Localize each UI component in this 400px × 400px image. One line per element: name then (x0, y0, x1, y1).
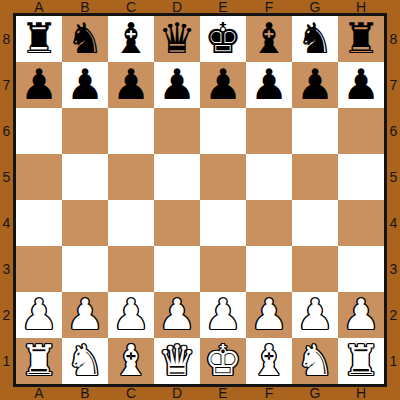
square-e5[interactable] (200, 154, 246, 200)
square-e7[interactable]: ♟ (200, 62, 246, 108)
piece-white-knight: ♞ (296, 338, 334, 384)
square-d7[interactable]: ♟ (154, 62, 200, 108)
square-b8[interactable]: ♞ (62, 16, 108, 62)
square-b2[interactable]: ♟ (62, 292, 108, 338)
square-g2[interactable]: ♟ (292, 292, 338, 338)
file-label-bottom-g: G (292, 386, 338, 400)
chessboard-frame: ABCDEFGH 87654321 ♜♞♝♛♚♝♞♜♟♟♟♟♟♟♟♟♟♟♟♟♟♟… (0, 0, 400, 400)
square-a1[interactable]: ♜ (16, 338, 62, 384)
rank-label-left-3: 3 (0, 246, 13, 292)
square-d2[interactable]: ♟ (154, 292, 200, 338)
square-e4[interactable] (200, 200, 246, 246)
rank-label-right-5: 5 (387, 154, 400, 200)
square-f8[interactable]: ♝ (246, 16, 292, 62)
file-label-top-b: B (62, 0, 108, 14)
piece-black-pawn: ♟ (112, 62, 150, 108)
square-h4[interactable] (338, 200, 384, 246)
square-f4[interactable] (246, 200, 292, 246)
piece-black-rook: ♜ (342, 16, 380, 62)
rank-label-left-6: 6 (0, 108, 13, 154)
rank-label-right-3: 3 (387, 246, 400, 292)
file-label-bottom-d: D (154, 386, 200, 400)
piece-white-pawn: ♟ (112, 292, 150, 338)
piece-white-pawn: ♟ (250, 292, 288, 338)
piece-white-king: ♚ (204, 338, 242, 384)
square-b3[interactable] (62, 246, 108, 292)
square-g4[interactable] (292, 200, 338, 246)
rank-label-left-1: 1 (0, 338, 13, 384)
square-f3[interactable] (246, 246, 292, 292)
square-f1[interactable]: ♝ (246, 338, 292, 384)
square-b1[interactable]: ♞ (62, 338, 108, 384)
square-e6[interactable] (200, 108, 246, 154)
file-labels-top: ABCDEFGH (16, 0, 384, 14)
square-c1[interactable]: ♝ (108, 338, 154, 384)
square-d6[interactable] (154, 108, 200, 154)
square-a5[interactable] (16, 154, 62, 200)
square-h7[interactable]: ♟ (338, 62, 384, 108)
square-c2[interactable]: ♟ (108, 292, 154, 338)
square-h1[interactable]: ♜ (338, 338, 384, 384)
rank-label-left-2: 2 (0, 292, 13, 338)
square-a4[interactable] (16, 200, 62, 246)
square-b6[interactable] (62, 108, 108, 154)
rank-label-right-6: 6 (387, 108, 400, 154)
piece-black-pawn: ♟ (296, 62, 334, 108)
rank-labels-left: 87654321 (0, 16, 13, 384)
square-c8[interactable]: ♝ (108, 16, 154, 62)
piece-white-pawn: ♟ (20, 292, 58, 338)
square-e8[interactable]: ♚ (200, 16, 246, 62)
rank-label-right-2: 2 (387, 292, 400, 338)
file-label-top-f: F (246, 0, 292, 14)
file-label-top-a: A (16, 0, 62, 14)
file-label-top-c: C (108, 0, 154, 14)
file-label-bottom-c: C (108, 386, 154, 400)
piece-black-bishop: ♝ (112, 16, 150, 62)
piece-black-pawn: ♟ (250, 62, 288, 108)
square-e2[interactable]: ♟ (200, 292, 246, 338)
square-a2[interactable]: ♟ (16, 292, 62, 338)
square-a7[interactable]: ♟ (16, 62, 62, 108)
piece-white-rook: ♜ (342, 338, 380, 384)
square-h2[interactable]: ♟ (338, 292, 384, 338)
file-label-bottom-e: E (200, 386, 246, 400)
square-g7[interactable]: ♟ (292, 62, 338, 108)
square-f2[interactable]: ♟ (246, 292, 292, 338)
square-a3[interactable] (16, 246, 62, 292)
piece-white-knight: ♞ (66, 338, 104, 384)
piece-black-rook: ♜ (20, 16, 58, 62)
square-e1[interactable]: ♚ (200, 338, 246, 384)
square-g5[interactable] (292, 154, 338, 200)
rank-label-right-7: 7 (387, 62, 400, 108)
square-h5[interactable] (338, 154, 384, 200)
square-h3[interactable] (338, 246, 384, 292)
square-g8[interactable]: ♞ (292, 16, 338, 62)
piece-black-pawn: ♟ (20, 62, 58, 108)
square-b5[interactable] (62, 154, 108, 200)
square-d8[interactable]: ♛ (154, 16, 200, 62)
square-a6[interactable] (16, 108, 62, 154)
file-labels-bottom: ABCDEFGH (16, 386, 384, 400)
piece-black-bishop: ♝ (250, 16, 288, 62)
rank-label-right-4: 4 (387, 200, 400, 246)
square-h6[interactable] (338, 108, 384, 154)
square-b7[interactable]: ♟ (62, 62, 108, 108)
file-label-top-e: E (200, 0, 246, 14)
square-g3[interactable] (292, 246, 338, 292)
chess-board: ♜♞♝♛♚♝♞♜♟♟♟♟♟♟♟♟♟♟♟♟♟♟♟♟♜♞♝♛♚♝♞♜ (13, 13, 387, 387)
square-c4[interactable] (108, 200, 154, 246)
piece-white-pawn: ♟ (66, 292, 104, 338)
square-d5[interactable] (154, 154, 200, 200)
piece-black-pawn: ♟ (204, 62, 242, 108)
rank-labels-right: 87654321 (387, 16, 400, 384)
piece-white-bishop: ♝ (112, 338, 150, 384)
square-g6[interactable] (292, 108, 338, 154)
rank-label-right-8: 8 (387, 16, 400, 62)
piece-black-knight: ♞ (66, 16, 104, 62)
square-f7[interactable]: ♟ (246, 62, 292, 108)
piece-black-pawn: ♟ (66, 62, 104, 108)
file-label-top-g: G (292, 0, 338, 14)
square-e3[interactable] (200, 246, 246, 292)
piece-white-pawn: ♟ (342, 292, 380, 338)
rank-label-right-1: 1 (387, 338, 400, 384)
square-c7[interactable]: ♟ (108, 62, 154, 108)
piece-white-pawn: ♟ (158, 292, 196, 338)
piece-white-pawn: ♟ (296, 292, 334, 338)
file-label-bottom-h: H (338, 386, 384, 400)
square-b4[interactable] (62, 200, 108, 246)
square-h8[interactable]: ♜ (338, 16, 384, 62)
piece-white-pawn: ♟ (204, 292, 242, 338)
piece-black-queen: ♛ (158, 16, 196, 62)
square-f6[interactable] (246, 108, 292, 154)
square-g1[interactable]: ♞ (292, 338, 338, 384)
file-label-top-d: D (154, 0, 200, 14)
square-c5[interactable] (108, 154, 154, 200)
file-label-bottom-b: B (62, 386, 108, 400)
piece-black-knight: ♞ (296, 16, 334, 62)
piece-black-pawn: ♟ (342, 62, 380, 108)
rank-label-left-7: 7 (0, 62, 13, 108)
square-d3[interactable] (154, 246, 200, 292)
file-label-bottom-a: A (16, 386, 62, 400)
square-c3[interactable] (108, 246, 154, 292)
square-f5[interactable] (246, 154, 292, 200)
rank-label-left-5: 5 (0, 154, 13, 200)
square-d1[interactable]: ♛ (154, 338, 200, 384)
file-label-bottom-f: F (246, 386, 292, 400)
piece-white-bishop: ♝ (250, 338, 288, 384)
piece-black-king: ♚ (204, 16, 242, 62)
square-a8[interactable]: ♜ (16, 16, 62, 62)
piece-white-rook: ♜ (20, 338, 58, 384)
piece-white-queen: ♛ (158, 338, 196, 384)
rank-label-left-4: 4 (0, 200, 13, 246)
square-c6[interactable] (108, 108, 154, 154)
rank-label-left-8: 8 (0, 16, 13, 62)
square-d4[interactable] (154, 200, 200, 246)
piece-black-pawn: ♟ (158, 62, 196, 108)
file-label-top-h: H (338, 0, 384, 14)
